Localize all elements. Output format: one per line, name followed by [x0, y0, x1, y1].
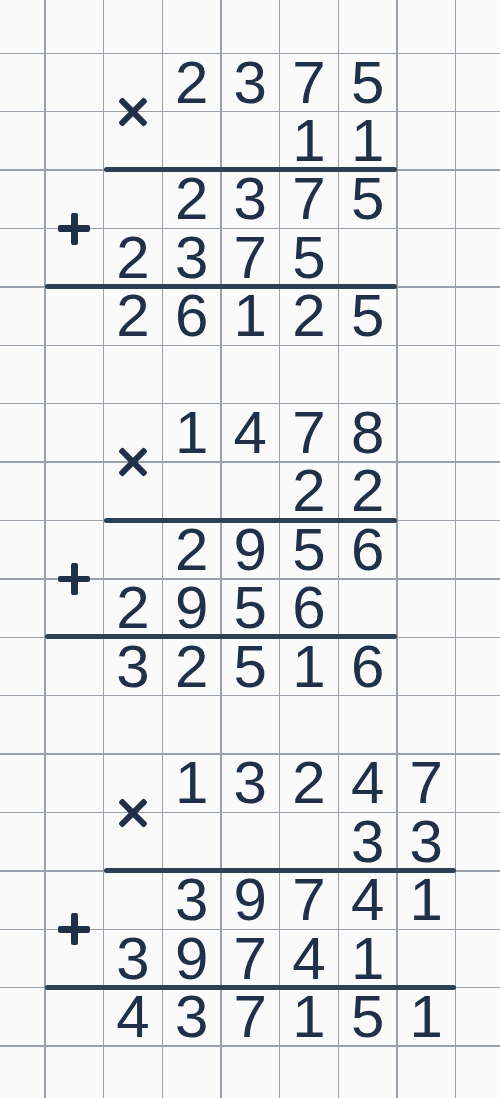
- digit-cell: 1: [162, 404, 221, 462]
- digit-cell: 7: [221, 229, 280, 287]
- digit-cell: 4: [104, 988, 163, 1046]
- sum-rule: [104, 167, 397, 172]
- digit-cell: 3: [162, 871, 221, 929]
- digit-cell: 3: [221, 170, 280, 228]
- plus-sign: [55, 210, 93, 248]
- times-sign: [103, 432, 162, 491]
- digit-cell: 3: [221, 53, 280, 111]
- digit-cell: 5: [338, 53, 397, 111]
- digit-cell: 2: [280, 754, 339, 812]
- grid-line: [44, 0, 45, 1098]
- digit-cell: 5: [221, 579, 280, 637]
- digit-cell: 2: [280, 287, 339, 345]
- digit-cell: 1: [397, 871, 456, 929]
- digit-cell: 7: [280, 53, 339, 111]
- digit-cell: 4: [338, 754, 397, 812]
- sum-rule: [104, 868, 456, 873]
- digit-cell: 5: [338, 170, 397, 228]
- digit-cell: 3: [162, 229, 221, 287]
- digit-cell: 9: [162, 929, 221, 987]
- sum-rule: [45, 284, 397, 289]
- digit-cell: 9: [162, 579, 221, 637]
- digit-cell: 2: [104, 229, 163, 287]
- digit-cell: 1: [338, 929, 397, 987]
- digit-cell: 7: [280, 404, 339, 462]
- digit-cell: 1: [338, 112, 397, 170]
- digit-cell: 2: [104, 579, 163, 637]
- times-sign: [103, 82, 162, 141]
- digit-cell: 2: [162, 170, 221, 228]
- digit-cell: 5: [338, 287, 397, 345]
- digit-cell: 1: [280, 112, 339, 170]
- sum-rule: [45, 634, 397, 639]
- plus-sign: [55, 910, 93, 948]
- digit-cell: 4: [280, 929, 339, 987]
- digit-cell: 3: [397, 813, 456, 871]
- digit-cell: 9: [221, 871, 280, 929]
- digit-cell: 1: [397, 988, 456, 1046]
- digit-cell: 2: [104, 287, 163, 345]
- digit-cell: 1: [221, 287, 280, 345]
- digit-cell: 7: [280, 170, 339, 228]
- digit-cell: 5: [221, 637, 280, 695]
- digit-cell: 1: [162, 754, 221, 812]
- digit-cell: 3: [338, 813, 397, 871]
- digit-cell: 3: [104, 637, 163, 695]
- digit-cell: 6: [162, 287, 221, 345]
- digit-cell: 4: [338, 871, 397, 929]
- digit-cell: 5: [280, 521, 339, 579]
- grid-line: [455, 0, 456, 1098]
- digit-cell: 5: [280, 229, 339, 287]
- digit-cell: 4: [221, 404, 280, 462]
- sum-rule: [45, 985, 456, 990]
- digit-cell: 1: [280, 637, 339, 695]
- digit-cell: 5: [338, 988, 397, 1046]
- squared-paper-worksheet: 2375112375237526125147822295629563251613…: [0, 0, 500, 1098]
- digit-cell: 3: [162, 988, 221, 1046]
- digit-cell: 8: [338, 404, 397, 462]
- plus-sign: [55, 560, 93, 598]
- digit-cell: 6: [338, 521, 397, 579]
- digit-cell: 7: [397, 754, 456, 812]
- digit-cell: 2: [162, 637, 221, 695]
- digit-cell: 2: [162, 53, 221, 111]
- digit-cell: 2: [280, 462, 339, 520]
- digit-cell: 7: [280, 871, 339, 929]
- digit-cell: 6: [280, 579, 339, 637]
- times-sign: [103, 783, 162, 842]
- digit-cell: 7: [221, 929, 280, 987]
- digit-cell: 3: [221, 754, 280, 812]
- digit-cell: 6: [338, 637, 397, 695]
- sum-rule: [104, 518, 397, 523]
- digit-cell: 9: [221, 521, 280, 579]
- digit-cell: 1: [280, 988, 339, 1046]
- digit-cell: 2: [162, 521, 221, 579]
- digit-cell: 7: [221, 988, 280, 1046]
- digit-cell: 2: [338, 462, 397, 520]
- digit-cell: 3: [104, 929, 163, 987]
